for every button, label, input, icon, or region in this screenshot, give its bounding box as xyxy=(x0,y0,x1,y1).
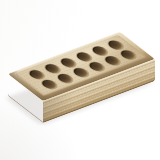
product-photo-scene xyxy=(0,0,160,160)
pit-r1c5[interactable] xyxy=(118,49,138,61)
